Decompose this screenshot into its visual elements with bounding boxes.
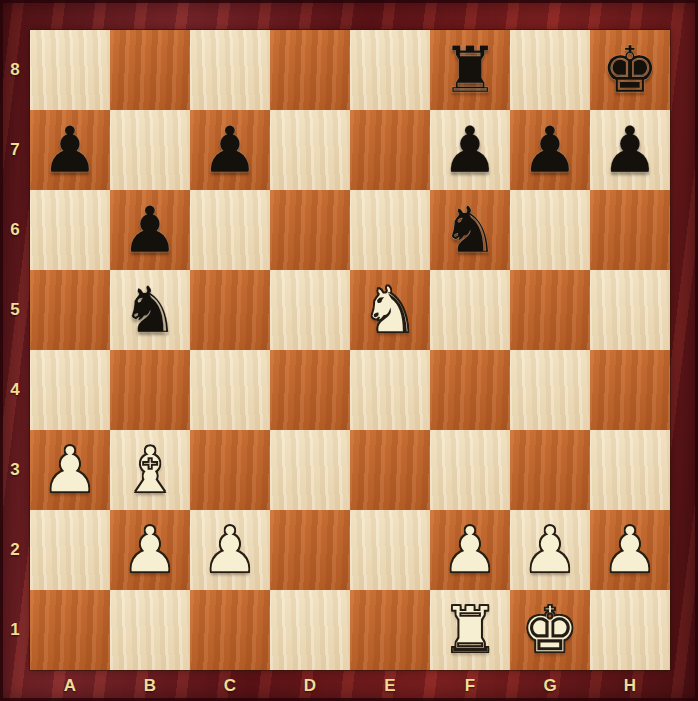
square-b6[interactable]: ♟ [110,190,190,270]
square-c2[interactable]: ♟ [190,510,270,590]
white-knight[interactable]: ♞ [350,270,430,350]
square-h6[interactable] [590,190,670,270]
black-pawn[interactable]: ♟ [190,110,270,190]
square-e5[interactable]: ♞ [350,270,430,350]
square-f1[interactable]: ♜ [430,590,510,670]
square-b8[interactable] [110,30,190,110]
square-g1[interactable]: ♚ [510,590,590,670]
white-pawn[interactable]: ♟ [590,510,670,590]
square-d4[interactable] [270,350,350,430]
file-label-e: E [384,676,395,696]
square-g7[interactable]: ♟ [510,110,590,190]
square-a1[interactable] [30,590,110,670]
square-f4[interactable] [430,350,510,430]
black-knight[interactable]: ♞ [110,270,190,350]
square-b2[interactable]: ♟ [110,510,190,590]
file-label-h: H [624,676,636,696]
square-c7[interactable]: ♟ [190,110,270,190]
square-e8[interactable] [350,30,430,110]
white-bishop[interactable]: ♝ [110,430,190,510]
square-f8[interactable]: ♜ [430,30,510,110]
square-g5[interactable] [510,270,590,350]
file-labels: ABCDEFGH [30,670,670,701]
rank-label-8: 8 [10,60,19,80]
square-f3[interactable] [430,430,510,510]
rank-label-1: 1 [10,620,19,640]
square-d7[interactable] [270,110,350,190]
square-a6[interactable] [30,190,110,270]
file-label-a: A [64,676,76,696]
file-label-g: G [543,676,556,696]
file-label-d: D [304,676,316,696]
square-f5[interactable] [430,270,510,350]
square-a2[interactable] [30,510,110,590]
square-d6[interactable] [270,190,350,270]
square-f6[interactable]: ♞ [430,190,510,270]
square-h3[interactable] [590,430,670,510]
chessboard-frame: 87654321 ABCDEFGH ♜♚♟♟♟♟♟♟♞♞♞♟♝♟♟♟♟♟♜♚ [0,0,698,701]
square-e7[interactable] [350,110,430,190]
square-g4[interactable] [510,350,590,430]
square-c8[interactable] [190,30,270,110]
square-a7[interactable]: ♟ [30,110,110,190]
square-d5[interactable] [270,270,350,350]
square-f2[interactable]: ♟ [430,510,510,590]
square-b1[interactable] [110,590,190,670]
square-b5[interactable]: ♞ [110,270,190,350]
white-pawn[interactable]: ♟ [510,510,590,590]
square-a5[interactable] [30,270,110,350]
black-rook[interactable]: ♜ [430,30,510,110]
square-c6[interactable] [190,190,270,270]
white-pawn[interactable]: ♟ [430,510,510,590]
rank-label-7: 7 [10,140,19,160]
square-g3[interactable] [510,430,590,510]
white-pawn[interactable]: ♟ [30,430,110,510]
white-pawn[interactable]: ♟ [190,510,270,590]
square-b3[interactable]: ♝ [110,430,190,510]
square-e6[interactable] [350,190,430,270]
white-rook[interactable]: ♜ [430,590,510,670]
black-pawn[interactable]: ♟ [590,110,670,190]
rank-label-5: 5 [10,300,19,320]
square-h5[interactable] [590,270,670,350]
black-knight[interactable]: ♞ [430,190,510,270]
black-pawn[interactable]: ♟ [510,110,590,190]
square-h2[interactable]: ♟ [590,510,670,590]
square-e4[interactable] [350,350,430,430]
square-c1[interactable] [190,590,270,670]
square-e3[interactable] [350,430,430,510]
square-h8[interactable]: ♚ [590,30,670,110]
square-e1[interactable] [350,590,430,670]
square-h4[interactable] [590,350,670,430]
square-a4[interactable] [30,350,110,430]
black-pawn[interactable]: ♟ [430,110,510,190]
white-king[interactable]: ♚ [510,590,590,670]
square-d1[interactable] [270,590,350,670]
square-h1[interactable] [590,590,670,670]
square-a3[interactable]: ♟ [30,430,110,510]
rank-labels: 87654321 [0,30,30,670]
square-e2[interactable] [350,510,430,590]
rank-label-2: 2 [10,540,19,560]
square-f7[interactable]: ♟ [430,110,510,190]
square-d2[interactable] [270,510,350,590]
file-label-f: F [465,676,475,696]
square-a8[interactable] [30,30,110,110]
black-king[interactable]: ♚ [590,30,670,110]
square-g6[interactable] [510,190,590,270]
square-b7[interactable] [110,110,190,190]
square-c3[interactable] [190,430,270,510]
rank-label-6: 6 [10,220,19,240]
black-pawn[interactable]: ♟ [30,110,110,190]
square-g8[interactable] [510,30,590,110]
file-label-b: B [144,676,156,696]
square-d3[interactable] [270,430,350,510]
square-c4[interactable] [190,350,270,430]
square-g2[interactable]: ♟ [510,510,590,590]
square-h7[interactable]: ♟ [590,110,670,190]
black-pawn[interactable]: ♟ [110,190,190,270]
square-c5[interactable] [190,270,270,350]
rank-label-4: 4 [10,380,19,400]
rank-label-3: 3 [10,460,19,480]
square-d8[interactable] [270,30,350,110]
chessboard: ♜♚♟♟♟♟♟♟♞♞♞♟♝♟♟♟♟♟♜♚ [30,30,670,670]
file-label-c: C [224,676,236,696]
white-pawn[interactable]: ♟ [110,510,190,590]
square-b4[interactable] [110,350,190,430]
